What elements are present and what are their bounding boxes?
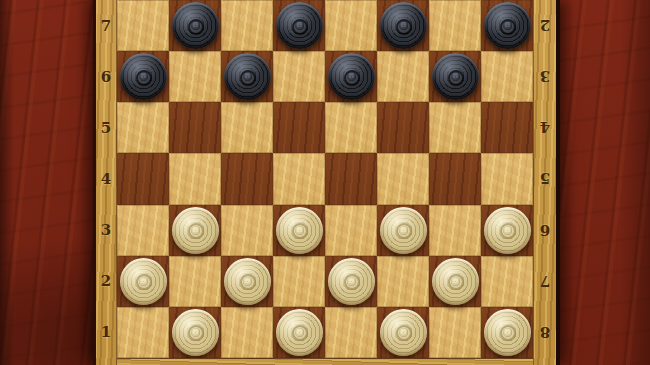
square-r6c6[interactable]: [377, 51, 429, 102]
square-r1c8[interactable]: [481, 307, 533, 358]
square-r6c7[interactable]: [429, 51, 481, 102]
white-piece-r3c4[interactable]: [276, 207, 323, 254]
square-r4c8[interactable]: [481, 153, 533, 204]
square-r2c1[interactable]: [117, 256, 169, 307]
white-piece-r2c3[interactable]: [224, 258, 271, 305]
right-coordinate-label-5: 5: [534, 153, 556, 204]
left-coordinate-label-7: 7: [96, 0, 116, 51]
black-piece-r7c8[interactable]: [484, 2, 531, 49]
black-piece-r6c1[interactable]: [120, 53, 167, 100]
right-coordinate-label-8: 8: [534, 307, 556, 358]
right-coordinate-label-2: 2: [534, 0, 556, 51]
checkers-board: 7654321 2345678: [93, 0, 560, 365]
square-r7c4[interactable]: [273, 0, 325, 51]
board-squares: [117, 0, 533, 358]
square-r1c2[interactable]: [169, 307, 221, 358]
square-r2c6[interactable]: [377, 256, 429, 307]
square-r4c7[interactable]: [429, 153, 481, 204]
square-r6c1[interactable]: [117, 51, 169, 102]
white-piece-r3c6[interactable]: [380, 207, 427, 254]
square-r5c3[interactable]: [221, 102, 273, 153]
square-r4c4[interactable]: [273, 153, 325, 204]
square-r7c1[interactable]: [117, 0, 169, 51]
black-piece-r6c3[interactable]: [224, 53, 271, 100]
square-r5c8[interactable]: [481, 102, 533, 153]
square-r3c1[interactable]: [117, 205, 169, 256]
square-r1c3[interactable]: [221, 307, 273, 358]
square-r1c1[interactable]: [117, 307, 169, 358]
black-piece-r7c2[interactable]: [172, 2, 219, 49]
square-r5c4[interactable]: [273, 102, 325, 153]
square-r1c4[interactable]: [273, 307, 325, 358]
white-piece-r1c6[interactable]: [380, 309, 427, 356]
square-r3c3[interactable]: [221, 205, 273, 256]
white-piece-r1c4[interactable]: [276, 309, 323, 356]
black-piece-r6c5[interactable]: [328, 53, 375, 100]
square-r2c5[interactable]: [325, 256, 377, 307]
square-r1c6[interactable]: [377, 307, 429, 358]
square-r7c3[interactable]: [221, 0, 273, 51]
left-coordinate-label-1: 1: [96, 307, 116, 358]
square-r3c2[interactable]: [169, 205, 221, 256]
right-coordinate-label-7: 7: [534, 256, 556, 307]
bottom-frame: [117, 358, 533, 365]
right-coordinate-label-6: 6: [534, 205, 556, 256]
table-background: 7654321 2345678: [0, 0, 650, 365]
left-coordinate-label-2: 2: [96, 256, 116, 307]
square-r3c5[interactable]: [325, 205, 377, 256]
square-r6c3[interactable]: [221, 51, 273, 102]
white-piece-r1c8[interactable]: [484, 309, 531, 356]
left-coordinate-label-6: 6: [96, 51, 116, 102]
square-r6c2[interactable]: [169, 51, 221, 102]
square-r4c5[interactable]: [325, 153, 377, 204]
white-piece-r3c2[interactable]: [172, 207, 219, 254]
left-coordinate-rail: 7654321: [93, 0, 117, 365]
right-coordinate-label-4: 4: [534, 102, 556, 153]
square-r6c5[interactable]: [325, 51, 377, 102]
square-r4c3[interactable]: [221, 153, 273, 204]
left-coordinate-label-3: 3: [96, 205, 116, 256]
square-r3c6[interactable]: [377, 205, 429, 256]
black-piece-r7c4[interactable]: [276, 2, 323, 49]
square-r1c7[interactable]: [429, 307, 481, 358]
square-r7c5[interactable]: [325, 0, 377, 51]
square-r2c7[interactable]: [429, 256, 481, 307]
white-piece-r2c7[interactable]: [432, 258, 479, 305]
left-coordinate-label-4: 4: [96, 153, 116, 204]
square-r7c8[interactable]: [481, 0, 533, 51]
square-r3c8[interactable]: [481, 205, 533, 256]
square-r1c5[interactable]: [325, 307, 377, 358]
square-r5c5[interactable]: [325, 102, 377, 153]
right-coordinate-rail: 2345678: [533, 0, 560, 365]
square-r4c1[interactable]: [117, 153, 169, 204]
square-r7c2[interactable]: [169, 0, 221, 51]
right-coordinate-label-3: 3: [534, 51, 556, 102]
square-r3c7[interactable]: [429, 205, 481, 256]
square-r5c7[interactable]: [429, 102, 481, 153]
square-r6c4[interactable]: [273, 51, 325, 102]
square-r5c6[interactable]: [377, 102, 429, 153]
square-r2c4[interactable]: [273, 256, 325, 307]
white-piece-r2c1[interactable]: [120, 258, 167, 305]
square-r5c1[interactable]: [117, 102, 169, 153]
square-r4c2[interactable]: [169, 153, 221, 204]
square-r2c3[interactable]: [221, 256, 273, 307]
square-r5c2[interactable]: [169, 102, 221, 153]
square-r3c4[interactable]: [273, 205, 325, 256]
white-piece-r1c2[interactable]: [172, 309, 219, 356]
white-piece-r2c5[interactable]: [328, 258, 375, 305]
square-r4c6[interactable]: [377, 153, 429, 204]
square-r2c2[interactable]: [169, 256, 221, 307]
square-r7c6[interactable]: [377, 0, 429, 51]
left-coordinate-label-5: 5: [96, 102, 116, 153]
square-r2c8[interactable]: [481, 256, 533, 307]
black-piece-r6c7[interactable]: [432, 53, 479, 100]
black-piece-r7c6[interactable]: [380, 2, 427, 49]
white-piece-r3c8[interactable]: [484, 207, 531, 254]
square-r7c7[interactable]: [429, 0, 481, 51]
square-r6c8[interactable]: [481, 51, 533, 102]
